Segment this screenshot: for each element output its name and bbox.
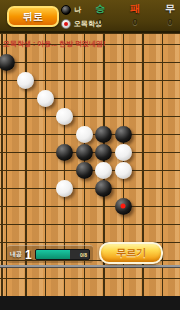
stat-losses-value: 0 <box>124 17 146 27</box>
energy-label: 내공 <box>10 250 22 259</box>
black-stone <box>95 144 112 161</box>
black-stone <box>115 126 132 143</box>
white-stone <box>37 90 54 107</box>
black-stone <box>95 180 112 197</box>
white-stone <box>17 72 34 89</box>
header-bar: 뒤로 나 오목학생 승 0 패 0 무 0 <box>0 0 180 33</box>
energy-panel: 내공 1 0/8 <box>7 245 93 263</box>
stat-wins: 승 0 <box>89 3 111 27</box>
white-stone-icon <box>61 19 71 29</box>
game-screen: 뒤로 나 오목학생 승 0 패 0 무 0 <box>0 0 180 310</box>
black-stone-icon <box>61 5 71 15</box>
stat-losses-label: 패 <box>124 3 146 15</box>
stat-wins-value: 0 <box>89 17 111 27</box>
undo-button[interactable]: 무르기 <box>99 242 163 264</box>
back-button[interactable]: 뒤로 <box>7 6 59 27</box>
bottom-black-strip <box>0 296 180 310</box>
white-stone <box>115 162 132 179</box>
white-stone <box>56 108 73 125</box>
player-name-me: 나 <box>74 5 81 15</box>
black-stone <box>95 126 112 143</box>
last-move-marker <box>121 204 126 209</box>
stat-draws-value: 0 <box>159 17 180 27</box>
black-stone <box>76 144 93 161</box>
stat-draws: 무 0 <box>159 3 180 27</box>
black-stone <box>115 198 132 215</box>
white-stone <box>56 180 73 197</box>
white-stone <box>76 126 93 143</box>
stat-wins-label: 승 <box>89 3 111 15</box>
white-stone <box>95 162 112 179</box>
opponent-chat-message: 오목학생 : 아웅... 한방 먹었네염! <box>3 39 105 49</box>
energy-progress-text: 0/8 <box>80 252 87 258</box>
black-stone <box>56 144 73 161</box>
energy-level-value: 1 <box>25 248 32 262</box>
stat-losses: 패 0 <box>124 3 146 27</box>
turn-indicator-dot <box>64 22 68 26</box>
footer-divider-line <box>0 265 180 268</box>
black-stone <box>0 54 15 71</box>
energy-progress-bar: 0/8 <box>35 249 90 260</box>
white-stone <box>115 144 132 161</box>
energy-fill <box>36 250 71 259</box>
stat-draws-label: 무 <box>159 3 180 15</box>
black-stone <box>76 162 93 179</box>
